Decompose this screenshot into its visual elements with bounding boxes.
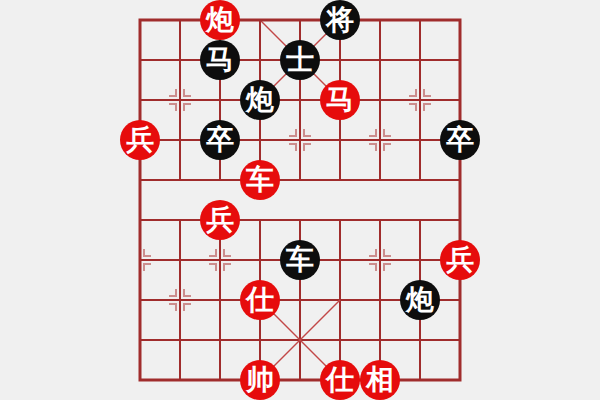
piece-red-chariot[interactable]: 车 <box>240 160 280 200</box>
piece-red-soldier[interactable]: 兵 <box>200 200 240 240</box>
piece-black-soldier[interactable]: 卒 <box>440 120 480 160</box>
piece-red-horse[interactable]: 马 <box>320 80 360 120</box>
piece-black-cannon[interactable]: 炮 <box>240 80 280 120</box>
piece-red-soldier[interactable]: 兵 <box>440 240 480 280</box>
piece-black-soldier[interactable]: 卒 <box>200 120 240 160</box>
piece-red-soldier[interactable]: 兵 <box>120 120 160 160</box>
piece-black-cannon[interactable]: 炮 <box>400 280 440 320</box>
piece-black-general[interactable]: 将 <box>320 0 360 40</box>
piece-black-advisor[interactable]: 士 <box>280 40 320 80</box>
piece-red-advisor[interactable]: 仕 <box>320 360 360 400</box>
piece-red-cannon[interactable]: 炮 <box>200 0 240 40</box>
piece-black-chariot[interactable]: 车 <box>280 240 320 280</box>
piece-red-elephant[interactable]: 相 <box>360 360 400 400</box>
xiangqi-app: 炮将马士炮马兵卒卒车兵车兵仕炮帅仕相 <box>0 0 600 400</box>
piece-black-horse[interactable]: 马 <box>200 40 240 80</box>
piece-red-general[interactable]: 帅 <box>240 360 280 400</box>
piece-red-advisor[interactable]: 仕 <box>240 280 280 320</box>
xiangqi-board: 炮将马士炮马兵卒卒车兵车兵仕炮帅仕相 <box>120 0 480 400</box>
